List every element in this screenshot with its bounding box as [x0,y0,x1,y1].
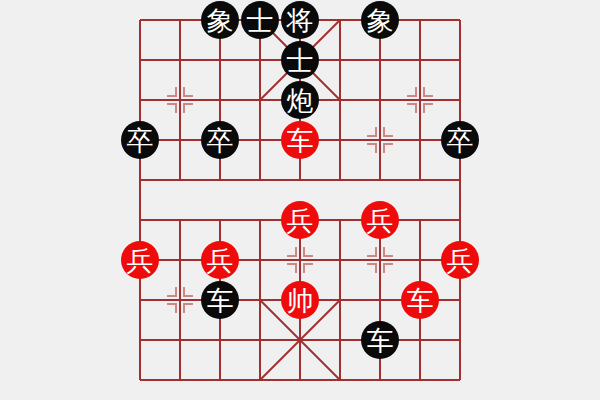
piece-red-chariot[interactable]: 车 [401,281,439,319]
piece-red-soldier[interactable]: 兵 [281,201,319,239]
piece-red-soldier[interactable]: 兵 [121,241,159,279]
piece-black-chariot[interactable]: 车 [201,281,239,319]
piece-black-cannon[interactable]: 炮 [281,81,319,119]
piece-black-soldier[interactable]: 卒 [121,121,159,159]
piece-red-chariot[interactable]: 车 [281,121,319,159]
piece-black-chariot[interactable]: 车 [361,321,399,359]
piece-red-soldier[interactable]: 兵 [201,241,239,279]
piece-black-soldier[interactable]: 卒 [201,121,239,159]
piece-layer: 象士将象士炮卒卒车卒兵兵兵兵兵车帅车车 [120,0,480,400]
piece-black-advisor[interactable]: 士 [241,1,279,39]
piece-black-advisor[interactable]: 士 [281,41,319,79]
piece-black-soldier[interactable]: 卒 [441,121,479,159]
xiangqi-board-screenshot: 象士将象士炮卒卒车卒兵兵兵兵兵车帅车车 [0,0,600,400]
piece-red-soldier[interactable]: 兵 [441,241,479,279]
piece-black-elephant[interactable]: 象 [361,1,399,39]
piece-red-soldier[interactable]: 兵 [361,201,399,239]
piece-red-general[interactable]: 帅 [281,281,319,319]
piece-black-general[interactable]: 将 [281,1,319,39]
piece-black-elephant[interactable]: 象 [201,1,239,39]
